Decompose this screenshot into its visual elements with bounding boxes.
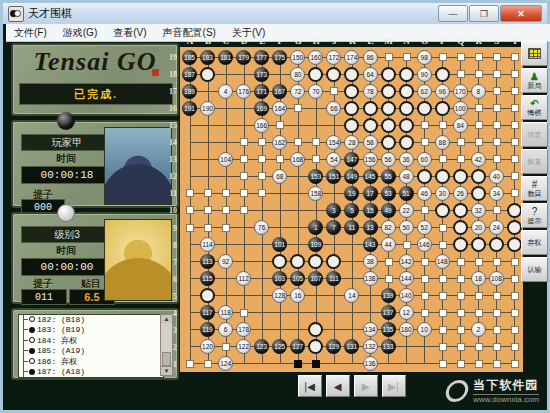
board-point-S3[interactable] <box>488 321 506 338</box>
board-point-L15[interactable] <box>362 117 380 134</box>
board-point-F4[interactable] <box>271 304 289 321</box>
close-button[interactable]: ✕ <box>500 5 542 22</box>
board-point-K7[interactable] <box>343 253 361 270</box>
board-point-E11[interactable] <box>253 185 271 202</box>
board-point-P17[interactable]: 96 <box>434 83 452 100</box>
board-point-F7[interactable] <box>271 253 289 270</box>
board-point-A5[interactable] <box>181 287 199 304</box>
board-point-O3[interactable]: 10 <box>416 321 434 338</box>
board-point-D15[interactable] <box>235 117 253 134</box>
board-point-H6[interactable]: 107 <box>307 270 325 287</box>
board-point-J6[interactable]: 111 <box>325 270 343 287</box>
board-point-E7[interactable] <box>253 253 271 270</box>
board-point-A7[interactable] <box>181 253 199 270</box>
board-point-S15[interactable] <box>488 117 506 134</box>
board-point-N9[interactable]: 50 <box>398 219 416 236</box>
board-point-K18[interactable] <box>343 66 361 83</box>
board-point-O1[interactable] <box>416 355 434 372</box>
board-point-F1[interactable] <box>271 355 289 372</box>
board-point-P12[interactable] <box>434 168 452 185</box>
board-point-B19[interactable]: 183 <box>199 49 217 66</box>
board-point-A12[interactable] <box>181 168 199 185</box>
board-point-G18[interactable]: 80 <box>289 66 307 83</box>
board-point-E4[interactable] <box>253 304 271 321</box>
board-point-S17[interactable] <box>488 83 506 100</box>
board-point-P18[interactable] <box>434 66 452 83</box>
move-list-item[interactable]: 182: (B18) <box>23 314 163 325</box>
board-point-L9[interactable]: 13 <box>362 219 380 236</box>
board-point-B5[interactable] <box>199 287 217 304</box>
board-point-J9[interactable]: 7 <box>325 219 343 236</box>
board-point-K11[interactable]: 19 <box>343 185 361 202</box>
board-point-G12[interactable] <box>289 168 307 185</box>
board-point-M11[interactable]: 53 <box>380 185 398 202</box>
board-point-E5[interactable] <box>253 287 271 304</box>
board-point-J19[interactable]: 172 <box>325 49 343 66</box>
board-point-D10[interactable] <box>235 202 253 219</box>
board-point-G4[interactable] <box>289 304 307 321</box>
board-point-C4[interactable]: 118 <box>217 304 235 321</box>
board-point-G19[interactable]: 150 <box>289 49 307 66</box>
board-point-A10[interactable] <box>181 202 199 219</box>
board-point-Q16[interactable]: 100 <box>452 100 470 117</box>
board-point-O5[interactable] <box>416 287 434 304</box>
board-point-H14[interactable] <box>307 134 325 151</box>
board-point-B8[interactable]: 114 <box>199 236 217 253</box>
board-point-D11[interactable] <box>235 185 253 202</box>
board-point-R12[interactable] <box>470 168 488 185</box>
board-point-N3[interactable]: 180 <box>398 321 416 338</box>
board-point-E17[interactable]: 171 <box>253 83 271 100</box>
board-point-R16[interactable] <box>470 100 488 117</box>
board-point-S5[interactable] <box>488 287 506 304</box>
board-point-H12[interactable]: 153 <box>307 168 325 185</box>
board-point-O17[interactable]: 62 <box>416 83 434 100</box>
board-point-E15[interactable]: 166 <box>253 117 271 134</box>
board-point-F18[interactable] <box>271 66 289 83</box>
board-point-R17[interactable]: 8 <box>470 83 488 100</box>
board-point-O14[interactable] <box>416 134 434 151</box>
board-point-M2[interactable]: 133 <box>380 338 398 355</box>
board-point-P5[interactable] <box>434 287 452 304</box>
board-point-Q4[interactable] <box>452 304 470 321</box>
board-point-H4[interactable] <box>307 304 325 321</box>
board-point-Q6[interactable] <box>452 270 470 287</box>
board-point-B7[interactable]: 113 <box>199 253 217 270</box>
board-point-J8[interactable] <box>325 236 343 253</box>
move-list-item[interactable]: 185: (A19) <box>23 346 163 357</box>
board-point-R9[interactable]: 20 <box>470 219 488 236</box>
board-point-K12[interactable]: 149 <box>343 168 361 185</box>
board-point-M7[interactable] <box>380 253 398 270</box>
board-point-J11[interactable] <box>325 185 343 202</box>
board-point-P8[interactable] <box>434 236 452 253</box>
board-point-B12[interactable] <box>199 168 217 185</box>
board-point-A17[interactable]: 189 <box>181 83 199 100</box>
board-point-F15[interactable] <box>271 117 289 134</box>
board-point-M12[interactable]: 55 <box>380 168 398 185</box>
board-point-P14[interactable]: 88 <box>434 134 452 151</box>
menu-item-2[interactable]: 查看(V) <box>105 26 154 40</box>
board-point-H10[interactable] <box>307 202 325 219</box>
board-point-G15[interactable] <box>289 117 307 134</box>
board-point-D5[interactable] <box>235 287 253 304</box>
board-point-C3[interactable]: 6 <box>217 321 235 338</box>
board-point-E18[interactable]: 173 <box>253 66 271 83</box>
board-point-R13[interactable]: 42 <box>470 151 488 168</box>
board-point-H16[interactable] <box>307 100 325 117</box>
board-point-P10[interactable] <box>434 202 452 219</box>
board-point-D18[interactable] <box>235 66 253 83</box>
board-point-H1[interactable] <box>307 355 325 372</box>
toolbar-undo-arrow[interactable]: ↶悔棋 <box>521 95 548 120</box>
board-point-L14[interactable]: 58 <box>362 134 380 151</box>
board-point-L18[interactable]: 64 <box>362 66 380 83</box>
move-list-item[interactable]: 184: 弃权 <box>23 335 163 346</box>
board-point-O6[interactable] <box>416 270 434 287</box>
board-point-J3[interactable] <box>325 321 343 338</box>
board-point-S12[interactable]: 40 <box>488 168 506 185</box>
board-point-B14[interactable] <box>199 134 217 151</box>
board-point-Q7[interactable] <box>452 253 470 270</box>
board-point-O9[interactable]: 52 <box>416 219 434 236</box>
board-point-O12[interactable] <box>416 168 434 185</box>
board-point-B4[interactable]: 117 <box>199 304 217 321</box>
board-point-N17[interactable] <box>398 83 416 100</box>
board-point-F13[interactable] <box>271 151 289 168</box>
board-point-G13[interactable]: 168 <box>289 151 307 168</box>
board-point-K8[interactable] <box>343 236 361 253</box>
board-point-J16[interactable]: 66 <box>325 100 343 117</box>
board-point-M15[interactable] <box>380 117 398 134</box>
board-point-Q19[interactable] <box>452 49 470 66</box>
board-point-L5[interactable] <box>362 287 380 304</box>
board-point-S19[interactable] <box>488 49 506 66</box>
board-point-D14[interactable] <box>235 134 253 151</box>
board-point-D13[interactable] <box>235 151 253 168</box>
board-point-H5[interactable] <box>307 287 325 304</box>
board-point-M3[interactable]: 135 <box>380 321 398 338</box>
board-point-L19[interactable]: 86 <box>362 49 380 66</box>
board-point-B9[interactable] <box>199 219 217 236</box>
board-point-C1[interactable]: 124 <box>217 355 235 372</box>
board-point-O7[interactable] <box>416 253 434 270</box>
board-point-E8[interactable] <box>253 236 271 253</box>
board-point-L8[interactable]: 143 <box>362 236 380 253</box>
board-point-O18[interactable]: 90 <box>416 66 434 83</box>
board-point-N15[interactable] <box>398 117 416 134</box>
board-point-G1[interactable] <box>289 355 307 372</box>
board-point-F6[interactable]: 103 <box>271 270 289 287</box>
board-point-M4[interactable]: 137 <box>380 304 398 321</box>
board-point-P13[interactable] <box>434 151 452 168</box>
board-point-H8[interactable]: 109 <box>307 236 325 253</box>
board-point-R4[interactable] <box>470 304 488 321</box>
board-point-O19[interactable]: 98 <box>416 49 434 66</box>
board-point-A8[interactable] <box>181 236 199 253</box>
board-point-R19[interactable] <box>470 49 488 66</box>
board-point-S13[interactable] <box>488 151 506 168</box>
board-point-L10[interactable]: 15 <box>362 202 380 219</box>
board-point-N16[interactable] <box>398 100 416 117</box>
board-point-M19[interactable] <box>380 49 398 66</box>
board-point-E1[interactable] <box>253 355 271 372</box>
board-point-C14[interactable] <box>217 134 235 151</box>
board-point-H15[interactable] <box>307 117 325 134</box>
menu-item-1[interactable]: 游戏(G) <box>55 26 105 40</box>
board-point-B13[interactable] <box>199 151 217 168</box>
board-point-P1[interactable] <box>434 355 452 372</box>
board-point-G3[interactable] <box>289 321 307 338</box>
board-point-S16[interactable] <box>488 100 506 117</box>
board-point-G8[interactable] <box>289 236 307 253</box>
board-point-G10[interactable] <box>289 202 307 219</box>
board-point-L1[interactable]: 136 <box>362 355 380 372</box>
board-point-S1[interactable] <box>488 355 506 372</box>
board-point-K1[interactable] <box>343 355 361 372</box>
board-point-D7[interactable] <box>235 253 253 270</box>
board-point-A3[interactable] <box>181 321 199 338</box>
board-point-J7[interactable] <box>325 253 343 270</box>
board-point-J17[interactable] <box>325 83 343 100</box>
board-point-E6[interactable] <box>253 270 271 287</box>
board-point-K4[interactable] <box>343 304 361 321</box>
board-point-D9[interactable] <box>235 219 253 236</box>
board-point-R2[interactable] <box>470 338 488 355</box>
board-point-O16[interactable] <box>416 100 434 117</box>
board-point-F12[interactable]: 68 <box>271 168 289 185</box>
board-point-G6[interactable]: 105 <box>289 270 307 287</box>
board-point-D6[interactable]: 112 <box>235 270 253 287</box>
board-point-Q3[interactable] <box>452 321 470 338</box>
board-point-R11[interactable] <box>470 185 488 202</box>
board-point-P2[interactable] <box>434 338 452 355</box>
move-list-item[interactable]: 183: (B19) <box>23 325 163 336</box>
board-point-S18[interactable] <box>488 66 506 83</box>
board-point-C18[interactable] <box>217 66 235 83</box>
board-point-F3[interactable] <box>271 321 289 338</box>
board-point-H19[interactable]: 160 <box>307 49 325 66</box>
board-point-B16[interactable]: 190 <box>199 100 217 117</box>
board-point-R10[interactable]: 32 <box>470 202 488 219</box>
board-point-N12[interactable]: 48 <box>398 168 416 185</box>
board-point-B2[interactable]: 120 <box>199 338 217 355</box>
board-point-D8[interactable] <box>235 236 253 253</box>
board-point-L3[interactable]: 134 <box>362 321 380 338</box>
board-point-K19[interactable]: 174 <box>343 49 361 66</box>
board-point-Q8[interactable] <box>452 236 470 253</box>
board-point-D16[interactable] <box>235 100 253 117</box>
board-point-R5[interactable] <box>470 287 488 304</box>
board-point-B11[interactable] <box>199 185 217 202</box>
board-point-P19[interactable] <box>434 49 452 66</box>
board-point-L6[interactable]: 138 <box>362 270 380 287</box>
board-point-E13[interactable] <box>253 151 271 168</box>
nav-prev-move-button[interactable]: ◀ <box>326 375 350 397</box>
board-point-C5[interactable] <box>217 287 235 304</box>
board-point-P15[interactable] <box>434 117 452 134</box>
board-point-C6[interactable] <box>217 270 235 287</box>
board-point-P6[interactable] <box>434 270 452 287</box>
board-point-D19[interactable]: 179 <box>235 49 253 66</box>
menu-item-0[interactable]: 文件(F) <box>6 26 55 40</box>
board-point-R15[interactable] <box>470 117 488 134</box>
board-point-S6[interactable]: 108 <box>488 270 506 287</box>
board-point-G16[interactable] <box>289 100 307 117</box>
board-point-H2[interactable] <box>307 338 325 355</box>
board-point-O11[interactable]: 46 <box>416 185 434 202</box>
board-point-K14[interactable]: 28 <box>343 134 361 151</box>
board-point-A1[interactable] <box>181 355 199 372</box>
board-point-R6[interactable]: 18 <box>470 270 488 287</box>
board-point-Q15[interactable]: 84 <box>452 117 470 134</box>
board-point-L16[interactable] <box>362 100 380 117</box>
board-point-S14[interactable] <box>488 134 506 151</box>
minimize-button[interactable]: — <box>438 5 468 22</box>
board-point-O2[interactable] <box>416 338 434 355</box>
board-point-D1[interactable] <box>235 355 253 372</box>
board-point-A14[interactable] <box>181 134 199 151</box>
board-point-M18[interactable] <box>380 66 398 83</box>
board-point-E10[interactable] <box>253 202 271 219</box>
board-point-A16[interactable]: 191 <box>181 100 199 117</box>
board-point-B1[interactable] <box>199 355 217 372</box>
board-point-K5[interactable]: 14 <box>343 287 361 304</box>
board-point-K10[interactable]: 5 <box>343 202 361 219</box>
board-point-A9[interactable] <box>181 219 199 236</box>
nav-first-move-button[interactable]: |◀ <box>298 375 322 397</box>
board-point-N18[interactable] <box>398 66 416 83</box>
board-point-A11[interactable] <box>181 185 199 202</box>
board-point-M1[interactable] <box>380 355 398 372</box>
board-point-B3[interactable]: 119 <box>199 321 217 338</box>
maximize-button[interactable]: ❐ <box>469 5 499 22</box>
board-point-N10[interactable]: 22 <box>398 202 416 219</box>
board-point-Q17[interactable]: 170 <box>452 83 470 100</box>
board-point-R1[interactable] <box>470 355 488 372</box>
board-point-J5[interactable] <box>325 287 343 304</box>
board-point-C12[interactable] <box>217 168 235 185</box>
board-point-S2[interactable] <box>488 338 506 355</box>
board-point-S7[interactable] <box>488 253 506 270</box>
board-point-P9[interactable] <box>434 219 452 236</box>
board-point-O15[interactable] <box>416 117 434 134</box>
board-point-R7[interactable] <box>470 253 488 270</box>
board-point-C8[interactable] <box>217 236 235 253</box>
board-point-B6[interactable]: 115 <box>199 270 217 287</box>
board-point-G14[interactable] <box>289 134 307 151</box>
board-point-R18[interactable] <box>470 66 488 83</box>
board-point-C19[interactable]: 181 <box>217 49 235 66</box>
board-point-K9[interactable]: 11 <box>343 219 361 236</box>
board-point-C9[interactable] <box>217 219 235 236</box>
move-list[interactable]: 176: (D17)177: (E19)178: (D3 )179: (D19)… <box>18 314 164 378</box>
board-point-C2[interactable] <box>217 338 235 355</box>
board-point-D3[interactable]: 178 <box>235 321 253 338</box>
board-point-O13[interactable]: 60 <box>416 151 434 168</box>
board-point-F9[interactable] <box>271 219 289 236</box>
move-list-item[interactable]: 187: (A18) <box>23 367 163 378</box>
board-point-A6[interactable] <box>181 270 199 287</box>
board-point-N19[interactable] <box>398 49 416 66</box>
board-point-H17[interactable]: 70 <box>307 83 325 100</box>
board-point-J4[interactable] <box>325 304 343 321</box>
board-point-K13[interactable]: 147 <box>343 151 361 168</box>
toolbar-pass[interactable]: 弃权 <box>521 230 548 255</box>
move-list-item[interactable]: 186: 弃权 <box>23 356 163 367</box>
board-point-M6[interactable] <box>380 270 398 287</box>
board-point-H13[interactable] <box>307 151 325 168</box>
board-point-J10[interactable]: 3 <box>325 202 343 219</box>
board-point-M8[interactable]: 44 <box>380 236 398 253</box>
board-point-L4[interactable] <box>362 304 380 321</box>
board-point-S11[interactable]: 34 <box>488 185 506 202</box>
board-point-Q5[interactable] <box>452 287 470 304</box>
board-point-N5[interactable]: 140 <box>398 287 416 304</box>
board-point-R3[interactable]: 2 <box>470 321 488 338</box>
board-point-M14[interactable] <box>380 134 398 151</box>
board-point-M16[interactable] <box>380 100 398 117</box>
board-point-Q1[interactable] <box>452 355 470 372</box>
board-point-J18[interactable] <box>325 66 343 83</box>
board-point-K3[interactable] <box>343 321 361 338</box>
board-point-Q9[interactable] <box>452 219 470 236</box>
board-point-F11[interactable] <box>271 185 289 202</box>
board-point-O10[interactable] <box>416 202 434 219</box>
board-point-C7[interactable]: 92 <box>217 253 235 270</box>
board-point-B17[interactable] <box>199 83 217 100</box>
toolbar-resign[interactable]: 认输 <box>521 257 548 282</box>
board-point-L7[interactable]: 38 <box>362 253 380 270</box>
board-point-C16[interactable] <box>217 100 235 117</box>
board-point-P16[interactable] <box>434 100 452 117</box>
board-point-D2[interactable]: 122 <box>235 338 253 355</box>
board-point-Q18[interactable] <box>452 66 470 83</box>
board-point-E2[interactable]: 123 <box>253 338 271 355</box>
board-point-N14[interactable] <box>398 134 416 151</box>
board-point-P11[interactable]: 30 <box>434 185 452 202</box>
board-point-H18[interactable] <box>307 66 325 83</box>
board-point-N1[interactable] <box>398 355 416 372</box>
board-point-J1[interactable] <box>325 355 343 372</box>
board-point-G9[interactable] <box>289 219 307 236</box>
board-point-Q11[interactable]: 26 <box>452 185 470 202</box>
board-point-Q10[interactable] <box>452 202 470 219</box>
board-point-J15[interactable] <box>325 117 343 134</box>
board-point-A19[interactable]: 185 <box>181 49 199 66</box>
board-point-E14[interactable] <box>253 134 271 151</box>
board-point-H11[interactable]: 158 <box>307 185 325 202</box>
board-point-J13[interactable]: 54 <box>325 151 343 168</box>
board-point-N8[interactable] <box>398 236 416 253</box>
board-point-N7[interactable]: 142 <box>398 253 416 270</box>
board-point-G5[interactable]: 16 <box>289 287 307 304</box>
board-point-Q2[interactable] <box>452 338 470 355</box>
board-point-F8[interactable]: 101 <box>271 236 289 253</box>
board-point-E9[interactable]: 76 <box>253 219 271 236</box>
board-point-P4[interactable] <box>434 304 452 321</box>
board-point-F16[interactable]: 164 <box>271 100 289 117</box>
board-point-P3[interactable] <box>434 321 452 338</box>
board-point-G17[interactable]: 72 <box>289 83 307 100</box>
toolbar-board-grid[interactable] <box>521 41 548 66</box>
board-point-F5[interactable]: 128 <box>271 287 289 304</box>
board-point-A18[interactable]: 187 <box>181 66 199 83</box>
board-point-D17[interactable]: 176 <box>235 83 253 100</box>
board-point-F14[interactable]: 162 <box>271 134 289 151</box>
board-point-A13[interactable] <box>181 151 199 168</box>
board-point-G2[interactable]: 127 <box>289 338 307 355</box>
